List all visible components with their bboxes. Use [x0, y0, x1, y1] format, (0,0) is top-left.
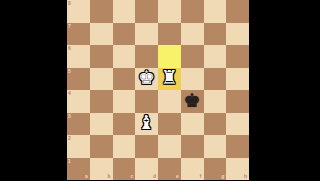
square-f8[interactable] [181, 0, 204, 23]
square-a1[interactable]: 1a [67, 158, 90, 181]
rank-label-3: 3 [68, 114, 71, 119]
file-label-a: a [85, 174, 88, 179]
square-f4[interactable]: ♚ [181, 90, 204, 113]
square-f1[interactable]: f [181, 158, 204, 181]
square-e5[interactable]: ♜ [158, 68, 181, 91]
square-g2[interactable] [204, 135, 227, 158]
file-label-d: d [153, 174, 156, 179]
square-c6[interactable] [113, 45, 136, 68]
square-a4[interactable]: 4 [67, 90, 90, 113]
square-h5[interactable] [226, 68, 249, 91]
square-d8[interactable] [135, 0, 158, 23]
rank-label-7: 7 [68, 24, 71, 29]
square-f2[interactable] [181, 135, 204, 158]
white-bishop[interactable]: ♝ [138, 113, 155, 132]
rank-label-2: 2 [68, 136, 71, 141]
rank-label-5: 5 [68, 69, 71, 74]
square-g8[interactable] [204, 0, 227, 23]
square-f3[interactable] [181, 113, 204, 136]
square-e4[interactable] [158, 90, 181, 113]
square-c7[interactable] [113, 23, 136, 46]
rank-label-4: 4 [68, 91, 71, 96]
square-d5[interactable]: ♚ [135, 68, 158, 91]
square-h2[interactable] [226, 135, 249, 158]
square-d4[interactable] [135, 90, 158, 113]
file-label-b: b [107, 174, 110, 179]
square-e7[interactable] [158, 23, 181, 46]
square-d2[interactable] [135, 135, 158, 158]
square-d1[interactable]: d [135, 158, 158, 181]
square-a5[interactable]: 5 [67, 68, 90, 91]
square-g1[interactable]: g [204, 158, 227, 181]
rank-label-8: 8 [68, 1, 71, 6]
square-h3[interactable] [226, 113, 249, 136]
rank-label-6: 6 [68, 46, 71, 51]
square-b3[interactable] [90, 113, 113, 136]
white-king[interactable]: ♚ [138, 68, 155, 87]
square-h4[interactable] [226, 90, 249, 113]
file-label-f: f [200, 174, 202, 179]
square-c3[interactable] [113, 113, 136, 136]
square-g3[interactable] [204, 113, 227, 136]
square-c5[interactable] [113, 68, 136, 91]
black-king[interactable]: ♚ [184, 91, 201, 110]
square-d6[interactable] [135, 45, 158, 68]
square-g4[interactable] [204, 90, 227, 113]
square-b8[interactable] [90, 0, 113, 23]
square-a2[interactable]: 2 [67, 135, 90, 158]
square-e8[interactable] [158, 0, 181, 23]
square-a8[interactable]: 8 [67, 0, 90, 23]
square-f7[interactable] [181, 23, 204, 46]
square-f6[interactable] [181, 45, 204, 68]
square-e3[interactable] [158, 113, 181, 136]
square-b4[interactable] [90, 90, 113, 113]
square-g6[interactable] [204, 45, 227, 68]
letterboxed-screen: 8765♚♜4♚3♝21abcdefgh [0, 0, 320, 180]
file-label-g: g [221, 174, 224, 179]
square-h1[interactable]: h [226, 158, 249, 181]
square-c1[interactable]: c [113, 158, 136, 181]
square-c4[interactable] [113, 90, 136, 113]
square-b7[interactable] [90, 23, 113, 46]
file-label-c: c [130, 174, 133, 179]
square-h6[interactable] [226, 45, 249, 68]
square-a6[interactable]: 6 [67, 45, 90, 68]
square-f5[interactable] [181, 68, 204, 91]
square-b5[interactable] [90, 68, 113, 91]
file-label-h: h [244, 174, 247, 179]
square-e1[interactable]: e [158, 158, 181, 181]
square-b6[interactable] [90, 45, 113, 68]
square-c2[interactable] [113, 135, 136, 158]
square-c8[interactable] [113, 0, 136, 23]
square-a7[interactable]: 7 [67, 23, 90, 46]
square-a3[interactable]: 3 [67, 113, 90, 136]
file-label-e: e [176, 174, 179, 179]
square-b1[interactable]: b [90, 158, 113, 181]
square-d7[interactable] [135, 23, 158, 46]
white-rook[interactable]: ♜ [161, 68, 178, 87]
rank-label-1: 1 [68, 159, 71, 164]
square-g5[interactable] [204, 68, 227, 91]
square-e6[interactable] [158, 45, 181, 68]
square-h7[interactable] [226, 23, 249, 46]
chess-board: 8765♚♜4♚3♝21abcdefgh [67, 0, 249, 180]
square-e2[interactable] [158, 135, 181, 158]
square-b2[interactable] [90, 135, 113, 158]
square-h8[interactable] [226, 0, 249, 23]
square-g7[interactable] [204, 23, 227, 46]
square-d3[interactable]: ♝ [135, 113, 158, 136]
